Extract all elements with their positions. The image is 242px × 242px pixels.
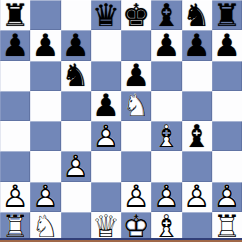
square-e2[interactable]: ♟♙ bbox=[121, 182, 151, 212]
white-bishop-piece: ♝♗ bbox=[151, 121, 181, 151]
square-f3[interactable] bbox=[151, 151, 181, 181]
square-h7[interactable]: ♟ bbox=[212, 30, 242, 60]
piece-glyph: ♟ bbox=[152, 30, 180, 61]
square-a3[interactable] bbox=[0, 151, 30, 181]
black-pawn-piece: ♟ bbox=[91, 91, 121, 121]
white-pawn-piece: ♟♙ bbox=[91, 121, 121, 151]
square-e6[interactable]: ♟ bbox=[121, 61, 151, 91]
square-e5[interactable]: ♞♘ bbox=[121, 91, 151, 121]
square-d4[interactable]: ♟♙ bbox=[91, 121, 121, 151]
black-rook-piece: ♜ bbox=[212, 0, 242, 30]
piece-glyph: ♟ bbox=[31, 30, 59, 61]
square-c2[interactable] bbox=[61, 182, 91, 212]
square-f2[interactable]: ♟♙ bbox=[151, 182, 181, 212]
white-pawn-piece: ♟♙ bbox=[121, 182, 151, 212]
square-d5[interactable]: ♟ bbox=[91, 91, 121, 121]
square-d3[interactable] bbox=[91, 151, 121, 181]
square-c6[interactable]: ♞ bbox=[61, 61, 91, 91]
black-knight-piece: ♞ bbox=[61, 61, 91, 91]
black-knight-piece: ♞ bbox=[182, 0, 212, 30]
white-pawn-piece: ♟♙ bbox=[212, 182, 242, 212]
square-b6[interactable] bbox=[30, 61, 60, 91]
square-b4[interactable] bbox=[30, 121, 60, 151]
square-d8[interactable]: ♛ bbox=[91, 0, 121, 30]
square-g7[interactable]: ♟ bbox=[182, 30, 212, 60]
square-e3[interactable] bbox=[121, 151, 151, 181]
piece-glyph: ♚ bbox=[122, 0, 150, 31]
black-pawn-piece: ♟ bbox=[121, 61, 151, 91]
square-f6[interactable] bbox=[151, 61, 181, 91]
square-c3[interactable]: ♟♙ bbox=[61, 151, 91, 181]
black-pawn-piece: ♟ bbox=[182, 30, 212, 60]
square-b7[interactable]: ♟ bbox=[30, 30, 60, 60]
black-pawn-piece: ♟ bbox=[151, 30, 181, 60]
black-pawn-piece: ♟ bbox=[30, 30, 60, 60]
square-f5[interactable] bbox=[151, 91, 181, 121]
black-pawn-piece: ♟ bbox=[0, 30, 30, 60]
square-f4[interactable]: ♝♗ bbox=[151, 121, 181, 151]
piece-outline-layer: ♙ bbox=[92, 121, 120, 152]
square-g6[interactable] bbox=[182, 61, 212, 91]
square-c4[interactable] bbox=[61, 121, 91, 151]
square-h3[interactable] bbox=[212, 151, 242, 181]
square-g8[interactable]: ♞ bbox=[182, 0, 212, 30]
square-d2[interactable] bbox=[91, 182, 121, 212]
white-knight-piece: ♞♘ bbox=[121, 91, 151, 121]
square-f8[interactable]: ♝ bbox=[151, 0, 181, 30]
white-pawn-piece: ♟♙ bbox=[182, 182, 212, 212]
piece-glyph: ♟ bbox=[183, 30, 211, 61]
piece-outline-layer: ♘ bbox=[122, 90, 150, 121]
square-g5[interactable] bbox=[182, 91, 212, 121]
board-container: ♜♛♚♝♞♜♟♟♟♟♟♟♞♟♟♞♘♟♙♝♗♝♟♙♟♙♟♙♟♙♟♙♟♙♟♙♜♖♞♘… bbox=[0, 0, 242, 242]
black-pawn-piece: ♟ bbox=[212, 30, 242, 60]
square-g2[interactable]: ♟♙ bbox=[182, 182, 212, 212]
black-queen-piece: ♛ bbox=[91, 0, 121, 30]
white-pawn-piece: ♟♙ bbox=[30, 182, 60, 212]
square-c5[interactable] bbox=[61, 91, 91, 121]
square-e8[interactable]: ♚ bbox=[121, 0, 151, 30]
piece-outline-layer: ♗ bbox=[152, 121, 180, 152]
piece-glyph: ♝ bbox=[183, 121, 211, 152]
piece-glyph: ♟ bbox=[213, 30, 241, 61]
black-bishop-piece: ♝ bbox=[182, 121, 212, 151]
square-b8[interactable] bbox=[30, 0, 60, 30]
square-h5[interactable] bbox=[212, 91, 242, 121]
square-d7[interactable] bbox=[91, 30, 121, 60]
square-g3[interactable] bbox=[182, 151, 212, 181]
square-f7[interactable]: ♟ bbox=[151, 30, 181, 60]
square-a8[interactable]: ♜ bbox=[0, 0, 30, 30]
piece-glyph: ♟ bbox=[92, 90, 120, 121]
piece-glyph: ♟ bbox=[1, 30, 29, 61]
square-b5[interactable] bbox=[30, 91, 60, 121]
black-rook-piece: ♜ bbox=[0, 0, 30, 30]
square-h6[interactable] bbox=[212, 61, 242, 91]
square-d6[interactable] bbox=[91, 61, 121, 91]
square-h4[interactable] bbox=[212, 121, 242, 151]
black-king-piece: ♚ bbox=[121, 0, 151, 30]
square-b2[interactable]: ♟♙ bbox=[30, 182, 60, 212]
square-c7[interactable]: ♟ bbox=[61, 30, 91, 60]
square-a6[interactable] bbox=[0, 61, 30, 91]
black-bishop-piece: ♝ bbox=[151, 0, 181, 30]
white-pawn-piece: ♟♙ bbox=[0, 182, 30, 212]
square-a4[interactable] bbox=[0, 121, 30, 151]
square-h2[interactable]: ♟♙ bbox=[212, 182, 242, 212]
piece-outline-layer: ♙ bbox=[62, 151, 90, 182]
square-a2[interactable]: ♟♙ bbox=[0, 182, 30, 212]
piece-outline-layer: ♙ bbox=[183, 181, 211, 212]
square-e4[interactable] bbox=[121, 121, 151, 151]
chess-board: ♜♛♚♝♞♜♟♟♟♟♟♟♞♟♟♞♘♟♙♝♗♝♟♙♟♙♟♙♟♙♟♙♟♙♟♙♜♖♞♘… bbox=[0, 0, 242, 242]
bottom-edge-strip bbox=[0, 238, 242, 242]
white-pawn-piece: ♟♙ bbox=[61, 151, 91, 181]
square-a5[interactable] bbox=[0, 91, 30, 121]
square-c8[interactable] bbox=[61, 0, 91, 30]
piece-glyph: ♛ bbox=[92, 0, 120, 31]
square-g4[interactable]: ♝ bbox=[182, 121, 212, 151]
white-pawn-piece: ♟♙ bbox=[151, 182, 181, 212]
black-pawn-piece: ♟ bbox=[61, 30, 91, 60]
square-e7[interactable] bbox=[121, 30, 151, 60]
square-b3[interactable] bbox=[30, 151, 60, 181]
square-a7[interactable]: ♟ bbox=[0, 30, 30, 60]
square-h8[interactable]: ♜ bbox=[212, 0, 242, 30]
piece-glyph: ♞ bbox=[62, 60, 90, 91]
